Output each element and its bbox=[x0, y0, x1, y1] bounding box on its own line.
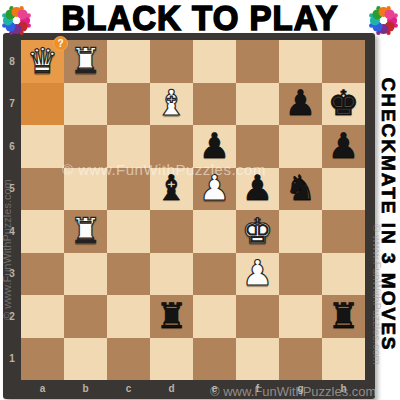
square-h4 bbox=[322, 210, 365, 253]
black-pawn-g7: ♟ bbox=[285, 86, 316, 121]
square-a4 bbox=[21, 210, 64, 253]
square-d1 bbox=[150, 338, 193, 381]
rank-label-4: 4 bbox=[3, 210, 21, 253]
square-a6 bbox=[21, 125, 64, 168]
square-e4 bbox=[193, 210, 236, 253]
black-bishop-d5: ♝ bbox=[156, 171, 187, 206]
black-rook-d2: ♜ bbox=[156, 299, 187, 334]
rank-label-2: 2 bbox=[3, 295, 21, 338]
square-b1 bbox=[64, 338, 107, 381]
white-pawn-e5: ♟ bbox=[199, 171, 230, 206]
white-rook-b4: ♜ bbox=[70, 214, 101, 249]
black-knight-g5: ♞ bbox=[285, 171, 316, 206]
file-label-d: d bbox=[150, 381, 193, 396]
square-b8: ♜ bbox=[64, 40, 107, 83]
square-d3 bbox=[150, 253, 193, 296]
square-g7: ♟ bbox=[279, 83, 322, 126]
rank-label-7: 7 bbox=[3, 83, 21, 126]
square-e3 bbox=[193, 253, 236, 296]
square-h5 bbox=[322, 168, 365, 211]
square-d2: ♜ bbox=[150, 295, 193, 338]
square-f6 bbox=[236, 125, 279, 168]
square-h6: ♟ bbox=[322, 125, 365, 168]
square-f4: ♚ bbox=[236, 210, 279, 253]
file-label-a: a bbox=[21, 381, 64, 396]
title-bar: BLACK TO PLAY bbox=[0, 0, 400, 36]
square-c2 bbox=[107, 295, 150, 338]
black-pawn-e6: ♟ bbox=[199, 129, 230, 164]
square-e6: ♟ bbox=[193, 125, 236, 168]
page-title: BLACK TO PLAY bbox=[61, 1, 338, 35]
square-h2: ♜ bbox=[322, 295, 365, 338]
square-g6 bbox=[279, 125, 322, 168]
rank-label-8: 8 bbox=[3, 40, 21, 83]
square-b4: ♜ bbox=[64, 210, 107, 253]
square-f8 bbox=[236, 40, 279, 83]
square-b6 bbox=[64, 125, 107, 168]
square-g1 bbox=[279, 338, 322, 381]
rank-labels: 87654321 bbox=[3, 40, 21, 380]
square-d7: ♝ bbox=[150, 83, 193, 126]
square-h1 bbox=[322, 338, 365, 381]
square-c5 bbox=[107, 168, 150, 211]
square-h7: ♚ bbox=[322, 83, 365, 126]
black-pawn-h6: ♟ bbox=[328, 129, 359, 164]
square-b7 bbox=[64, 83, 107, 126]
white-queen-a8: ♛ bbox=[27, 44, 58, 79]
square-g8 bbox=[279, 40, 322, 83]
square-c4 bbox=[107, 210, 150, 253]
square-d6 bbox=[150, 125, 193, 168]
board-squares: ♛♜♝♟♚♟♟♝♟♟♞♜♚♟♜♜ bbox=[21, 40, 365, 380]
square-e8 bbox=[193, 40, 236, 83]
square-c1 bbox=[107, 338, 150, 381]
square-d5: ♝ bbox=[150, 168, 193, 211]
square-c8 bbox=[107, 40, 150, 83]
square-b5 bbox=[64, 168, 107, 211]
square-d4 bbox=[150, 210, 193, 253]
puzzle-pieces-icon bbox=[1, 5, 32, 36]
black-rook-h2: ♜ bbox=[328, 299, 359, 334]
square-f2 bbox=[236, 295, 279, 338]
white-pawn-f3: ♟ bbox=[242, 256, 273, 291]
square-g4 bbox=[279, 210, 322, 253]
rank-label-1: 1 bbox=[3, 338, 21, 381]
file-label-f: f bbox=[236, 381, 279, 396]
square-e7 bbox=[193, 83, 236, 126]
square-c3 bbox=[107, 253, 150, 296]
file-label-c: c bbox=[107, 381, 150, 396]
file-label-h: h bbox=[322, 381, 365, 396]
square-f7 bbox=[236, 83, 279, 126]
square-h8 bbox=[322, 40, 365, 83]
white-rook-b8: ♜ bbox=[70, 44, 101, 79]
square-e5: ♟ bbox=[193, 168, 236, 211]
square-c6 bbox=[107, 125, 150, 168]
square-g5: ♞ bbox=[279, 168, 322, 211]
white-king-f4: ♚ bbox=[242, 214, 273, 249]
square-e1 bbox=[193, 338, 236, 381]
rank-label-3: 3 bbox=[3, 253, 21, 296]
side-caption: CHECKMATE IN 3 MOVES bbox=[376, 41, 400, 388]
square-a5 bbox=[21, 168, 64, 211]
puzzle-pieces-icon bbox=[368, 5, 399, 36]
square-b2 bbox=[64, 295, 107, 338]
square-a7 bbox=[21, 83, 64, 126]
square-g3 bbox=[279, 253, 322, 296]
square-g2 bbox=[279, 295, 322, 338]
square-a3 bbox=[21, 253, 64, 296]
square-f3: ♟ bbox=[236, 253, 279, 296]
square-h3 bbox=[322, 253, 365, 296]
square-d8 bbox=[150, 40, 193, 83]
square-f5: ♟ bbox=[236, 168, 279, 211]
square-c7 bbox=[107, 83, 150, 126]
black-king-h7: ♚ bbox=[328, 86, 359, 121]
square-a2 bbox=[21, 295, 64, 338]
rank-label-5: 5 bbox=[3, 168, 21, 211]
rank-label-6: 6 bbox=[3, 125, 21, 168]
file-labels: abcdefgh bbox=[21, 381, 365, 396]
black-pawn-f5: ♟ bbox=[242, 171, 273, 206]
white-bishop-d7: ♝ bbox=[156, 86, 187, 121]
file-label-g: g bbox=[279, 381, 322, 396]
square-b3 bbox=[64, 253, 107, 296]
square-f1 bbox=[236, 338, 279, 381]
square-e2 bbox=[193, 295, 236, 338]
file-label-e: e bbox=[193, 381, 236, 396]
square-a1 bbox=[21, 338, 64, 381]
question-badge: ? bbox=[53, 36, 68, 51]
chess-board-frame: 87654321 abcdefgh ♛♜♝♟♚♟♟♝♟♟♞♜♚♟♜♜ ? bbox=[3, 33, 375, 399]
file-label-b: b bbox=[64, 381, 107, 396]
